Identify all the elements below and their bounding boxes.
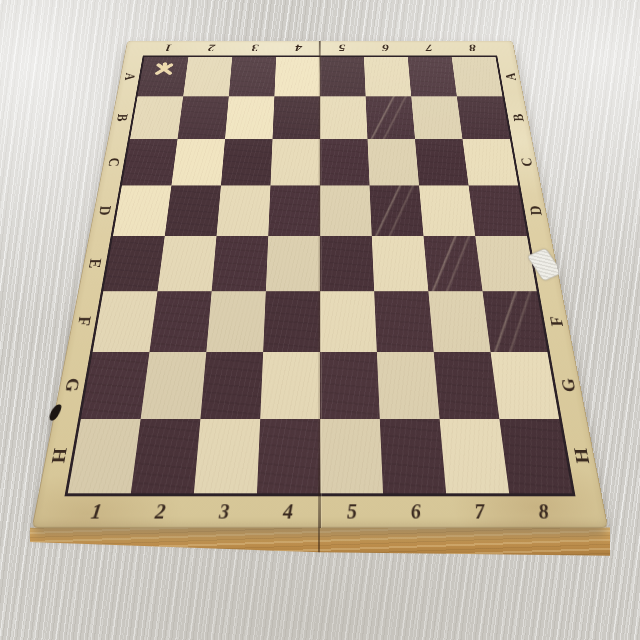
square-H1 <box>68 419 141 493</box>
top-label-2: 2 <box>207 43 215 53</box>
square-A5 <box>320 57 366 96</box>
square-G7 <box>434 352 500 419</box>
left-label-A: A <box>122 73 137 81</box>
square-G3 <box>200 352 263 419</box>
square-C6 <box>367 139 419 185</box>
square-F4 <box>263 291 320 352</box>
bottom-label-4: 4 <box>283 500 294 522</box>
square-G5 <box>320 352 380 419</box>
square-A3 <box>229 57 276 96</box>
square-B3 <box>225 96 274 139</box>
bottom-label-5: 5 <box>347 500 358 522</box>
square-H3 <box>194 419 260 493</box>
left-label-C: C <box>105 157 121 166</box>
square-H2 <box>131 419 201 493</box>
square-E2 <box>157 236 216 291</box>
square-A8 <box>452 57 503 96</box>
square-H8 <box>499 419 572 493</box>
square-G1 <box>81 352 150 419</box>
square-D2 <box>165 185 221 236</box>
chessboard: 1234567812345678ABCDEFGHABCDEFGH <box>89 0 551 499</box>
top-label-7: 7 <box>425 43 433 53</box>
square-H7 <box>440 419 510 493</box>
square-G2 <box>141 352 207 419</box>
top-label-6: 6 <box>381 43 389 53</box>
top-label-8: 8 <box>468 43 477 53</box>
square-G8 <box>491 352 560 419</box>
board-frame: 1234567812345678ABCDEFGHABCDEFGH <box>32 41 609 528</box>
square-D3 <box>217 185 271 236</box>
square-A4 <box>274 57 320 96</box>
square-B2 <box>178 96 229 139</box>
square-D8 <box>469 185 527 236</box>
square-E4 <box>266 236 320 291</box>
square-E8 <box>475 236 536 291</box>
top-label-5: 5 <box>338 43 345 53</box>
square-B8 <box>457 96 510 139</box>
square-E1 <box>103 236 164 291</box>
square-C8 <box>462 139 518 185</box>
square-C4 <box>270 139 320 185</box>
square-G4 <box>260 352 320 419</box>
right-label-D: D <box>527 205 544 215</box>
bottom-label-8: 8 <box>537 500 551 522</box>
top-label-4: 4 <box>295 43 302 53</box>
top-label-3: 3 <box>251 43 259 53</box>
square-C7 <box>415 139 469 185</box>
fold-seam <box>318 41 321 528</box>
square-A2 <box>183 57 232 96</box>
right-label-H: H <box>571 448 593 463</box>
square-F8 <box>483 291 548 352</box>
square-C5 <box>320 139 370 185</box>
chessboard-3d: 1234567812345678ABCDEFGHABCDEFGH <box>32 41 609 528</box>
square-G6 <box>377 352 440 419</box>
square-F2 <box>149 291 211 352</box>
left-label-F: F <box>74 316 93 326</box>
bottom-label-7: 7 <box>473 500 486 522</box>
square-D7 <box>419 185 475 236</box>
right-label-C: C <box>518 157 534 166</box>
square-D5 <box>320 185 372 236</box>
square-B1 <box>130 96 183 139</box>
square-F7 <box>428 291 490 352</box>
maker-stamp-icon <box>150 61 178 78</box>
square-E6 <box>372 236 429 291</box>
square-F6 <box>374 291 434 352</box>
square-C2 <box>171 139 225 185</box>
square-E3 <box>212 236 269 291</box>
left-label-H: H <box>48 448 70 463</box>
bottom-label-6: 6 <box>410 500 422 522</box>
square-H4 <box>257 419 320 493</box>
left-label-E: E <box>85 258 103 268</box>
square-D4 <box>268 185 320 236</box>
square-B6 <box>366 96 415 139</box>
square-E5 <box>320 236 374 291</box>
square-H6 <box>380 419 446 493</box>
square-D6 <box>370 185 424 236</box>
square-E7 <box>424 236 483 291</box>
square-F5 <box>320 291 377 352</box>
square-B4 <box>273 96 320 139</box>
square-C3 <box>221 139 273 185</box>
left-label-D: D <box>96 205 113 215</box>
chessboard-photo: 1234567812345678ABCDEFGHABCDEFGH <box>0 0 640 640</box>
square-A7 <box>408 57 457 96</box>
left-label-G: G <box>61 378 81 392</box>
square-D1 <box>113 185 171 236</box>
right-label-B: B <box>511 114 527 122</box>
right-label-A: A <box>503 73 518 81</box>
bottom-label-2: 2 <box>154 500 167 522</box>
right-label-G: G <box>558 378 578 392</box>
right-label-F: F <box>547 316 566 326</box>
square-C1 <box>122 139 178 185</box>
top-label-1: 1 <box>164 43 173 53</box>
square-F3 <box>206 291 266 352</box>
square-H5 <box>320 419 383 493</box>
square-B7 <box>411 96 462 139</box>
bottom-label-3: 3 <box>218 500 230 522</box>
square-B5 <box>320 96 367 139</box>
bottom-label-1: 1 <box>90 500 104 522</box>
square-A6 <box>364 57 411 96</box>
left-label-B: B <box>114 114 130 122</box>
square-F1 <box>93 291 158 352</box>
